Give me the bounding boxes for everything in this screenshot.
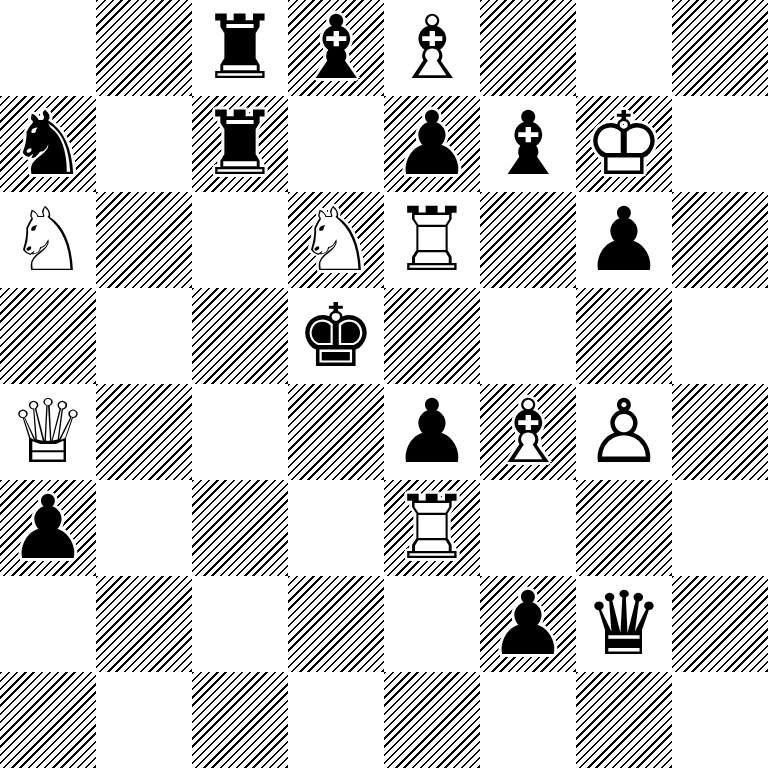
- piece-halo: ♝: [384, 0, 480, 96]
- piece-white-queen: ♕: [0, 384, 96, 480]
- square-c8[interactable]: ♜♜: [192, 0, 288, 96]
- piece-halo: ♜: [192, 0, 288, 96]
- square-c2[interactable]: [192, 576, 288, 672]
- piece-halo: ♚: [576, 96, 672, 192]
- square-f5[interactable]: [480, 288, 576, 384]
- piece-halo: ♞: [0, 192, 96, 288]
- piece-halo: ♚: [288, 288, 384, 384]
- piece-halo: ♟: [576, 384, 672, 480]
- square-f8[interactable]: [480, 0, 576, 96]
- square-a8[interactable]: [0, 0, 96, 96]
- square-e2[interactable]: [384, 576, 480, 672]
- piece-black-knight: ♞: [0, 96, 96, 192]
- piece-halo: ♟: [384, 96, 480, 192]
- piece-white-pawn: ♙: [576, 384, 672, 480]
- piece-halo: ♜: [192, 96, 288, 192]
- square-f6[interactable]: [480, 192, 576, 288]
- square-f2[interactable]: ♟♟: [480, 576, 576, 672]
- square-e6[interactable]: ♜♖: [384, 192, 480, 288]
- piece-black-pawn: ♟: [480, 576, 576, 672]
- piece-halo: ♟: [576, 192, 672, 288]
- piece-black-rook: ♜: [192, 0, 288, 96]
- square-a3[interactable]: ♟♟: [0, 480, 96, 576]
- square-a5[interactable]: [0, 288, 96, 384]
- square-g3[interactable]: [576, 480, 672, 576]
- piece-halo: ♜: [384, 480, 480, 576]
- square-a1[interactable]: [0, 672, 96, 768]
- square-e8[interactable]: ♝♗: [384, 0, 480, 96]
- square-d3[interactable]: [288, 480, 384, 576]
- square-b1[interactable]: [96, 672, 192, 768]
- square-d5[interactable]: ♚♚: [288, 288, 384, 384]
- square-d8[interactable]: ♝♝: [288, 0, 384, 96]
- square-f1[interactable]: [480, 672, 576, 768]
- square-c1[interactable]: [192, 672, 288, 768]
- piece-black-rook: ♜: [192, 96, 288, 192]
- piece-halo: ♞: [288, 192, 384, 288]
- square-h6[interactable]: [672, 192, 768, 288]
- square-f3[interactable]: [480, 480, 576, 576]
- square-g8[interactable]: [576, 0, 672, 96]
- square-a4[interactable]: ♛♕: [0, 384, 96, 480]
- square-h4[interactable]: [672, 384, 768, 480]
- piece-black-bishop: ♝: [480, 96, 576, 192]
- piece-black-king: ♚: [288, 288, 384, 384]
- piece-white-rook: ♖: [384, 192, 480, 288]
- piece-halo: ♛: [0, 384, 96, 480]
- square-h2[interactable]: [672, 576, 768, 672]
- square-c5[interactable]: [192, 288, 288, 384]
- piece-white-bishop: ♗: [480, 384, 576, 480]
- piece-halo: ♝: [288, 0, 384, 96]
- square-h1[interactable]: [672, 672, 768, 768]
- square-g1[interactable]: [576, 672, 672, 768]
- square-b7[interactable]: [96, 96, 192, 192]
- square-c4[interactable]: [192, 384, 288, 480]
- square-b2[interactable]: [96, 576, 192, 672]
- square-d1[interactable]: [288, 672, 384, 768]
- square-b3[interactable]: [96, 480, 192, 576]
- square-d6[interactable]: ♞♘: [288, 192, 384, 288]
- square-d4[interactable]: [288, 384, 384, 480]
- chess-board: ♜♜♝♝♝♗♞♞♜♜♟♟♝♝♚♔♞♘♞♘♜♖♟♟♚♚♛♕♟♟♝♗♟♙♟♟♜♖♟♟…: [0, 0, 768, 768]
- piece-white-bishop: ♗: [384, 0, 480, 96]
- piece-halo: ♝: [480, 384, 576, 480]
- square-f7[interactable]: ♝♝: [480, 96, 576, 192]
- piece-black-pawn: ♟: [384, 384, 480, 480]
- square-c7[interactable]: ♜♜: [192, 96, 288, 192]
- square-h3[interactable]: [672, 480, 768, 576]
- square-e5[interactable]: [384, 288, 480, 384]
- square-g4[interactable]: ♟♙: [576, 384, 672, 480]
- piece-halo: ♟: [384, 384, 480, 480]
- piece-white-knight: ♘: [0, 192, 96, 288]
- square-b6[interactable]: [96, 192, 192, 288]
- square-g6[interactable]: ♟♟: [576, 192, 672, 288]
- square-c3[interactable]: [192, 480, 288, 576]
- square-e7[interactable]: ♟♟: [384, 96, 480, 192]
- piece-black-pawn: ♟: [0, 480, 96, 576]
- piece-halo: ♞: [0, 96, 96, 192]
- square-g7[interactable]: ♚♔: [576, 96, 672, 192]
- piece-black-queen: ♛: [576, 576, 672, 672]
- square-e3[interactable]: ♜♖: [384, 480, 480, 576]
- piece-halo: ♝: [480, 96, 576, 192]
- piece-halo: ♟: [0, 480, 96, 576]
- square-g2[interactable]: ♛♛: [576, 576, 672, 672]
- square-b8[interactable]: [96, 0, 192, 96]
- square-h5[interactable]: [672, 288, 768, 384]
- square-c6[interactable]: [192, 192, 288, 288]
- square-a2[interactable]: [0, 576, 96, 672]
- square-d2[interactable]: [288, 576, 384, 672]
- piece-halo: ♛: [576, 576, 672, 672]
- piece-white-knight: ♘: [288, 192, 384, 288]
- square-a7[interactable]: ♞♞: [0, 96, 96, 192]
- piece-black-bishop: ♝: [288, 0, 384, 96]
- piece-white-rook: ♖: [384, 480, 480, 576]
- piece-halo: ♟: [480, 576, 576, 672]
- piece-halo: ♜: [384, 192, 480, 288]
- square-f4[interactable]: ♝♗: [480, 384, 576, 480]
- square-b5[interactable]: [96, 288, 192, 384]
- square-e1[interactable]: [384, 672, 480, 768]
- square-g5[interactable]: [576, 288, 672, 384]
- square-b4[interactable]: [96, 384, 192, 480]
- piece-white-king: ♔: [576, 96, 672, 192]
- square-e4[interactable]: ♟♟: [384, 384, 480, 480]
- piece-black-pawn: ♟: [384, 96, 480, 192]
- square-h8[interactable]: [672, 0, 768, 96]
- square-d7[interactable]: [288, 96, 384, 192]
- piece-black-pawn: ♟: [576, 192, 672, 288]
- square-h7[interactable]: [672, 96, 768, 192]
- square-a6[interactable]: ♞♘: [0, 192, 96, 288]
